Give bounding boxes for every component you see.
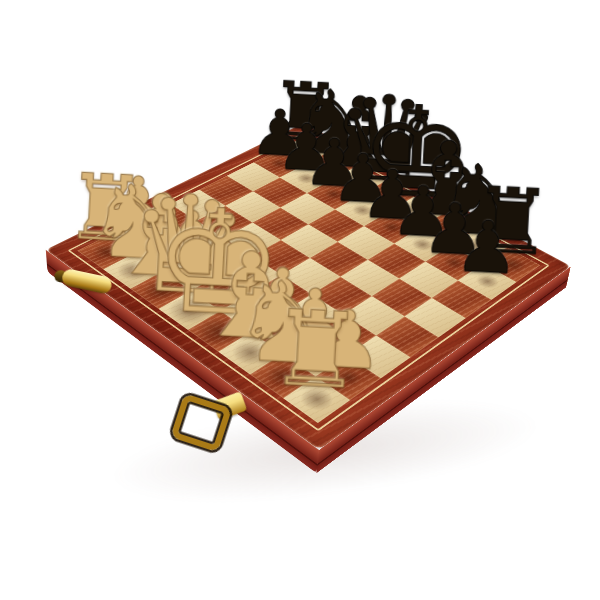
chess-board-box: ♜♞♝♛♚♝♞♜♟♟♟♟♟♟♟♟♟♟♟♟♟♟♟♟♜♞♝♛♚♝♞♜ (46, 123, 571, 450)
product-photo-stage: ♜♞♝♛♚♝♞♜♟♟♟♟♟♟♟♟♟♟♟♟♟♟♟♟♜♞♝♛♚♝♞♜ (0, 0, 600, 600)
black-pawn-glyph: ♟ (449, 210, 524, 285)
square-h5 (405, 298, 466, 337)
white-rook-glyph: ♜ (261, 295, 371, 405)
board-3d-wrapper: ♜♞♝♛♚♝♞♜♟♟♟♟♟♟♟♟♟♟♟♟♟♟♟♟♜♞♝♛♚♝♞♜ (0, 0, 600, 600)
perspective-scene: ♜♞♝♛♚♝♞♜♟♟♟♟♟♟♟♟♟♟♟♟♟♟♟♟♜♞♝♛♚♝♞♜ (0, 0, 600, 600)
